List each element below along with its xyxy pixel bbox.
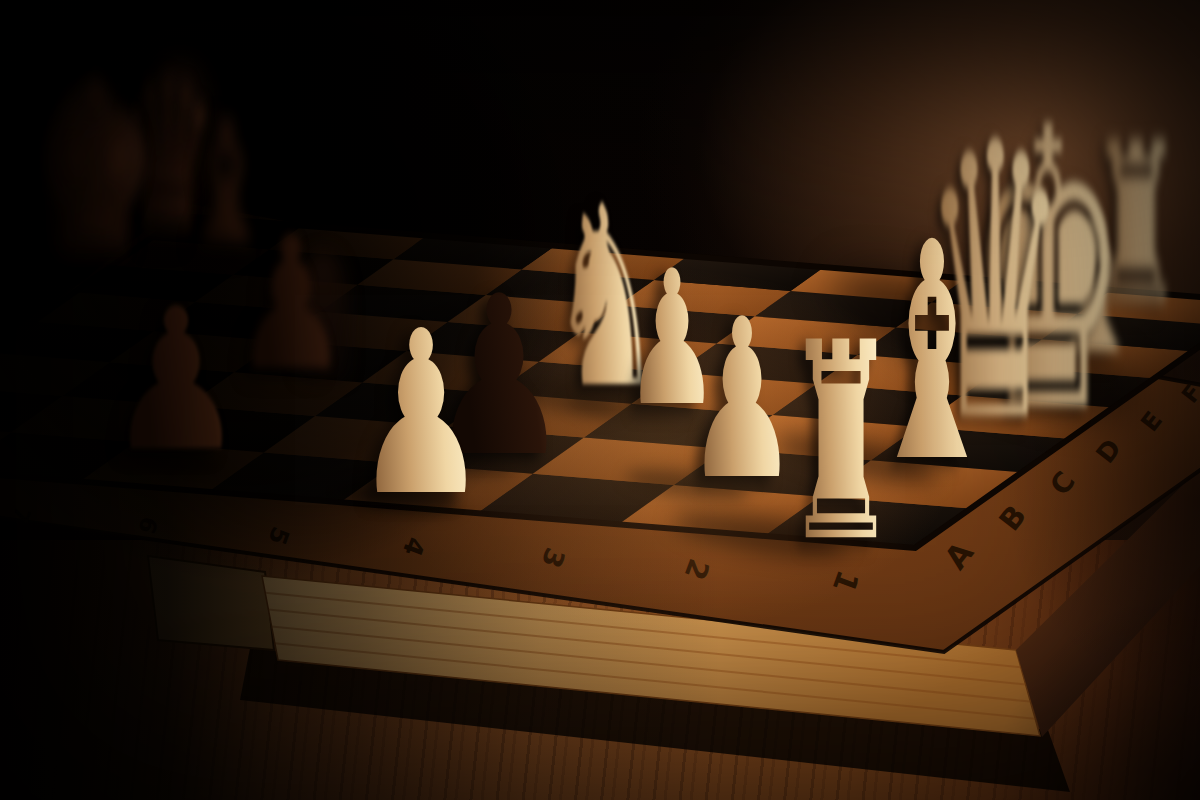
- coordinate-labels: ABCDEF1234567: [7, 379, 1200, 597]
- cast-shadow: [624, 463, 751, 506]
- w-pawn-b2: ♟: [686, 315, 798, 487]
- cast-shadow: [816, 241, 1154, 443]
- cast-shadow: [670, 503, 848, 566]
- shadow-overlay: [0, 0, 1200, 800]
- w-pawn-c3: ♟: [624, 266, 719, 411]
- file-label-D: D: [1090, 433, 1127, 469]
- file-label-C: C: [1043, 465, 1082, 501]
- board-right-face: [1016, 468, 1200, 737]
- chess-pieces: ♜♝♟♞♟♟♛♚♝♜♟♟♟♛♚♝: [0, 0, 1200, 800]
- board-box-edge: [148, 556, 274, 650]
- b-pawn-d6: ♟: [233, 233, 348, 377]
- cast-shadow: [564, 390, 681, 430]
- cast-shadow: [399, 443, 516, 481]
- black-piece-silhouette: [55, 85, 127, 260]
- b-queen-d8: ♛: [119, 76, 217, 240]
- rank-label-5: 5: [262, 523, 295, 549]
- b-pawn-a6: ♟: [107, 304, 244, 457]
- rank-label-3: 3: [535, 544, 571, 572]
- w-bishop-c1: ♝: [865, 237, 999, 471]
- w-rook-h1: ♜: [1089, 138, 1183, 311]
- chess-board: ABCDEF1234567: [0, 0, 1200, 800]
- board-squares: [0, 216, 1200, 548]
- w-queen-d1: ♛: [923, 136, 1066, 432]
- w-bishop-f1: ♝: [1044, 214, 1144, 359]
- rank-label-7: 7: [7, 504, 36, 527]
- board-cast-shadow: [240, 648, 1070, 792]
- w-king-e1: ♚: [970, 121, 1127, 424]
- chess-photo-scene: ABCDEF1234567 ♜♝♟♞♟♟♛♚♝♜♟♟♟♛♚♝: [0, 0, 1200, 800]
- file-label-B: B: [992, 499, 1033, 538]
- b-king-e8: ♚: [34, 78, 157, 256]
- b-pawn-b4: ♟: [428, 292, 570, 464]
- vignette: [0, 0, 1200, 800]
- w-rook-a1: ♜: [785, 337, 897, 549]
- rank-label-2: 2: [678, 554, 717, 584]
- file-label-A: A: [937, 535, 980, 576]
- board-front-face: [262, 576, 1040, 736]
- cast-shadow: [94, 441, 221, 478]
- cast-shadow: [469, 370, 622, 421]
- grid-border: [0, 216, 1200, 548]
- wooden-table: [0, 540, 1200, 800]
- file-label-E: E: [1135, 406, 1168, 437]
- b-bishop-f8: ♝: [177, 116, 275, 249]
- rank-label-4: 4: [397, 533, 431, 560]
- cast-shadow: [773, 425, 941, 493]
- cast-shadow: [339, 479, 461, 519]
- rank-label-1: 1: [826, 566, 866, 598]
- piece-shadows: [0, 0, 1200, 800]
- w-pawn-a4: ♟: [354, 326, 488, 502]
- black-piece-silhouette: [150, 60, 210, 210]
- file-label-F: F: [1176, 379, 1200, 407]
- background-wall: [0, 0, 1200, 620]
- sunlight-glow: [0, 0, 1200, 800]
- background-black-pieces: [0, 0, 1200, 800]
- board-margin: [0, 200, 1200, 652]
- rank-label-6: 6: [133, 513, 163, 537]
- w-knight-d4: ♞: [550, 200, 662, 395]
- black-piece-silhouette: [300, 250, 346, 380]
